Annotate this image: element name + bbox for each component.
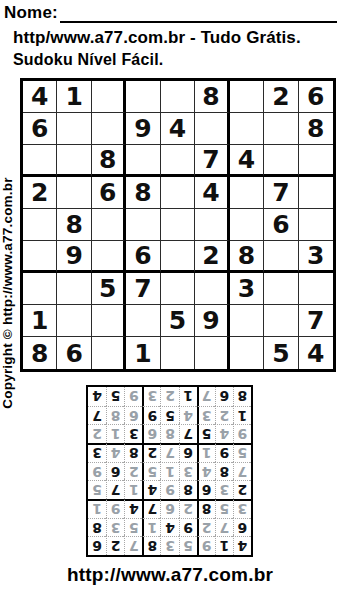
puzzle-cell-r4c5[interactable] [161, 177, 195, 209]
solution-cell-r3c7: 4 [124, 499, 142, 518]
solution-cell-r4c4: 8 [179, 480, 197, 499]
solution-cell-r6c2: 9 [215, 443, 233, 462]
puzzle-cell-r3c5[interactable] [161, 145, 195, 177]
puzzle-cell-r7c9[interactable] [299, 273, 333, 305]
sudoku-solution-grid-rotated: 4195387266729415383582674912368941757843… [86, 385, 253, 557]
puzzle-cell-r6c5[interactable] [161, 241, 195, 273]
solution-cell-r1c7: 7 [124, 536, 142, 555]
solution-cell-r5c5: 1 [160, 462, 178, 481]
solution-cell-r4c1: 2 [233, 480, 251, 499]
puzzle-cell-r7c5[interactable] [161, 273, 195, 305]
puzzle-cell-r4c1: 2 [23, 177, 57, 209]
solution-cell-r8c8: 8 [106, 406, 124, 425]
solution-cell-r8c9: 7 [88, 406, 106, 425]
solution-cell-r5c2: 8 [215, 462, 233, 481]
puzzle-cell-r2c7[interactable] [230, 113, 264, 145]
puzzle-title: Sudoku Nível Fácil. [13, 51, 164, 69]
puzzle-cell-r8c8[interactable] [264, 305, 298, 337]
puzzle-cell-r5c1[interactable] [23, 209, 57, 241]
puzzle-cell-r9c2: 6 [57, 337, 91, 369]
puzzle-cell-r1c5[interactable] [161, 81, 195, 113]
solution-cell-r4c7: 1 [124, 480, 142, 499]
puzzle-cell-r5c6[interactable] [195, 209, 229, 241]
puzzle-cell-r3c2[interactable] [57, 145, 91, 177]
puzzle-cell-r8c6: 9 [195, 305, 229, 337]
puzzle-cell-r2c3[interactable] [92, 113, 126, 145]
puzzle-cell-r3c8[interactable] [264, 145, 298, 177]
solution-cell-r5c4: 3 [179, 462, 197, 481]
puzzle-cell-r9c3[interactable] [92, 337, 126, 369]
puzzle-cell-r9c6[interactable] [195, 337, 229, 369]
solution-cell-r9c7: 9 [124, 387, 142, 406]
solution-cell-r4c8: 7 [106, 480, 124, 499]
puzzle-cell-r4c2[interactable] [57, 177, 91, 209]
solution-cell-r1c8: 2 [106, 536, 124, 555]
puzzle-cell-r2c9: 8 [299, 113, 333, 145]
puzzle-cell-r5c9[interactable] [299, 209, 333, 241]
solution-cell-r8c2: 2 [215, 406, 233, 425]
solution-cell-r4c5: 9 [160, 480, 178, 499]
solution-cell-r9c6: 3 [142, 387, 160, 406]
solution-cell-r9c8: 5 [106, 387, 124, 406]
puzzle-cell-r9c5[interactable] [161, 337, 195, 369]
solution-cell-r5c8: 6 [106, 462, 124, 481]
solution-cell-r6c8: 4 [106, 443, 124, 462]
solution-cell-r6c5: 7 [160, 443, 178, 462]
puzzle-cell-r6c2: 9 [57, 241, 91, 273]
copyright-vertical-text: Copyright © http://www.a77.com.br [0, 155, 18, 431]
name-fill-in-line [60, 2, 337, 23]
solution-cell-r6c4: 6 [179, 443, 197, 462]
puzzle-cell-r8c7[interactable] [230, 305, 264, 337]
puzzle-cell-r5c3[interactable] [92, 209, 126, 241]
solution-cell-r3c1: 3 [233, 499, 251, 518]
solution-cell-r6c3: 1 [197, 443, 215, 462]
solution-cell-r1c5: 3 [160, 536, 178, 555]
puzzle-cell-r8c9: 7 [299, 305, 333, 337]
puzzle-cell-r5c5[interactable] [161, 209, 195, 241]
solution-cell-r7c9: 2 [88, 424, 106, 443]
puzzle-cell-r3c7: 4 [230, 145, 264, 177]
solution-cell-r5c9: 9 [88, 462, 106, 481]
puzzle-cell-r7c1[interactable] [23, 273, 57, 305]
puzzle-cell-r8c3[interactable] [92, 305, 126, 337]
solution-cell-r4c9: 5 [88, 480, 106, 499]
puzzle-cell-r3c1[interactable] [23, 145, 57, 177]
solution-cell-r2c1: 6 [233, 518, 251, 537]
solution-cell-r7c6: 6 [142, 424, 160, 443]
puzzle-cell-r1c3[interactable] [92, 81, 126, 113]
puzzle-cell-r6c4: 6 [126, 241, 160, 273]
puzzle-cell-r7c8[interactable] [264, 273, 298, 305]
puzzle-cell-r8c1: 1 [23, 305, 57, 337]
solution-cell-r5c3: 4 [197, 462, 215, 481]
puzzle-cell-r2c8[interactable] [264, 113, 298, 145]
solution-cell-r9c5: 2 [160, 387, 178, 406]
puzzle-cell-r2c4: 9 [126, 113, 160, 145]
solution-cell-r3c5: 6 [160, 499, 178, 518]
solution-cell-r7c2: 4 [215, 424, 233, 443]
puzzle-cell-r3c4[interactable] [126, 145, 160, 177]
solution-cell-r2c5: 4 [160, 518, 178, 537]
solution-cell-r8c7: 6 [124, 406, 142, 425]
puzzle-cell-r6c6: 2 [195, 241, 229, 273]
puzzle-cell-r7c6[interactable] [195, 273, 229, 305]
sudoku-puzzle-grid: 418266948874268478696283573159786154 [20, 78, 336, 372]
puzzle-cell-r1c6: 8 [195, 81, 229, 113]
puzzle-cell-r3c3: 8 [92, 145, 126, 177]
puzzle-cell-r5c8: 6 [264, 209, 298, 241]
solution-cell-r9c1: 8 [233, 387, 251, 406]
puzzle-cell-r9c8: 5 [264, 337, 298, 369]
solution-cell-r8c6: 9 [142, 406, 160, 425]
solution-cell-r3c4: 2 [179, 499, 197, 518]
solution-cell-r6c7: 8 [124, 443, 142, 462]
solution-cell-r3c9: 1 [88, 499, 106, 518]
solution-cell-r3c2: 5 [215, 499, 233, 518]
footer-url-text: http://www.a77.com.br [0, 564, 340, 586]
solution-cell-r6c1: 5 [233, 443, 251, 462]
puzzle-cell-r9c4: 1 [126, 337, 160, 369]
printable-sudoku-page: Nome: http/www.a77.com.br - Tudo Grátis.… [0, 0, 340, 596]
solution-cell-r6c9: 3 [88, 443, 106, 462]
solution-cell-r1c3: 9 [197, 536, 215, 555]
puzzle-cell-r7c7: 3 [230, 273, 264, 305]
solution-cell-r2c8: 3 [106, 518, 124, 537]
puzzle-cell-r9c1: 8 [23, 337, 57, 369]
puzzle-cell-r1c2: 1 [57, 81, 91, 113]
solution-cell-r5c7: 2 [124, 462, 142, 481]
solution-cell-r6c6: 2 [142, 443, 160, 462]
solution-cell-r1c9: 6 [88, 536, 106, 555]
solution-cell-r8c5: 5 [160, 406, 178, 425]
puzzle-cell-r3c9[interactable] [299, 145, 333, 177]
puzzle-cell-r5c4[interactable] [126, 209, 160, 241]
solution-cell-r5c6: 5 [142, 462, 160, 481]
solution-cell-r2c7: 5 [124, 518, 142, 537]
solution-cell-r3c8: 9 [106, 499, 124, 518]
site-header-text: http/www.a77.com.br - Tudo Grátis. [13, 28, 301, 48]
puzzle-cell-r2c1: 6 [23, 113, 57, 145]
puzzle-cell-r4c9[interactable] [299, 177, 333, 209]
puzzle-cell-r5c2: 8 [57, 209, 91, 241]
puzzle-cell-r8c2[interactable] [57, 305, 91, 337]
puzzle-cell-r1c7[interactable] [230, 81, 264, 113]
solution-cell-r2c4: 9 [179, 518, 197, 537]
solution-cell-r1c2: 1 [215, 536, 233, 555]
solution-cell-r4c6: 4 [142, 480, 160, 499]
solution-cell-r9c3: 7 [197, 387, 215, 406]
puzzle-cell-r7c2[interactable] [57, 273, 91, 305]
name-label: Nome: [4, 3, 58, 23]
puzzle-cell-r4c7[interactable] [230, 177, 264, 209]
puzzle-cell-r1c8: 2 [264, 81, 298, 113]
solution-cell-r7c8: 1 [106, 424, 124, 443]
solution-cell-r7c3: 5 [197, 424, 215, 443]
puzzle-cell-r2c2[interactable] [57, 113, 91, 145]
solution-cell-r1c1: 4 [233, 536, 251, 555]
solution-cell-r8c3: 3 [197, 406, 215, 425]
puzzle-cell-r7c4: 7 [126, 273, 160, 305]
puzzle-cell-r8c5: 5 [161, 305, 195, 337]
puzzle-cell-r1c9: 6 [299, 81, 333, 113]
solution-cell-r4c3: 6 [197, 480, 215, 499]
solution-cell-r2c2: 7 [215, 518, 233, 537]
solution-cell-r7c4: 7 [179, 424, 197, 443]
puzzle-cell-r6c8[interactable] [264, 241, 298, 273]
puzzle-cell-r4c8: 7 [264, 177, 298, 209]
solution-cell-r9c9: 4 [88, 387, 106, 406]
solution-cell-r8c1: 1 [233, 406, 251, 425]
puzzle-cell-r1c1: 4 [23, 81, 57, 113]
solution-cell-r2c3: 2 [197, 518, 215, 537]
solution-cell-r3c3: 8 [197, 499, 215, 518]
puzzle-cell-r9c7[interactable] [230, 337, 264, 369]
solution-cell-r2c9: 8 [88, 518, 106, 537]
solution-cell-r7c1: 9 [233, 424, 251, 443]
solution-cell-r9c4: 1 [179, 387, 197, 406]
puzzle-cell-r9c9: 4 [299, 337, 333, 369]
solution-cell-r2c6: 1 [142, 518, 160, 537]
solution-cell-r8c4: 4 [179, 406, 197, 425]
solution-cell-r1c4: 5 [179, 536, 197, 555]
puzzle-cell-r2c6[interactable] [195, 113, 229, 145]
solution-cell-r4c2: 3 [215, 480, 233, 499]
puzzle-cell-r6c1[interactable] [23, 241, 57, 273]
solution-cell-r7c5: 8 [160, 424, 178, 443]
puzzle-cell-r5c7[interactable] [230, 209, 264, 241]
puzzle-cell-r7c3: 5 [92, 273, 126, 305]
solution-cell-r7c7: 3 [124, 424, 142, 443]
solution-cell-r1c6: 8 [142, 536, 160, 555]
solution-cell-r5c1: 7 [233, 462, 251, 481]
puzzle-cell-r4c3: 6 [92, 177, 126, 209]
puzzle-cell-r6c3[interactable] [92, 241, 126, 273]
solution-cell-r3c6: 7 [142, 499, 160, 518]
puzzle-cell-r4c6: 4 [195, 177, 229, 209]
puzzle-cell-r2c5: 4 [161, 113, 195, 145]
puzzle-cell-r6c9: 3 [299, 241, 333, 273]
puzzle-cell-r6c7: 8 [230, 241, 264, 273]
solution-cell-r9c2: 6 [215, 387, 233, 406]
puzzle-cell-r1c4[interactable] [126, 81, 160, 113]
puzzle-cell-r8c4[interactable] [126, 305, 160, 337]
puzzle-cell-r3c6: 7 [195, 145, 229, 177]
puzzle-cell-r4c4: 8 [126, 177, 160, 209]
